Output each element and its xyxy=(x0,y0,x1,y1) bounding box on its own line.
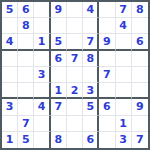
cell-r6c9[interactable] xyxy=(132,83,148,99)
cell-r6c8[interactable] xyxy=(116,83,132,99)
cell-r3c8[interactable] xyxy=(116,34,132,50)
cell-r7c8[interactable] xyxy=(116,99,132,115)
cell-r3c4[interactable]: 5 xyxy=(51,34,67,50)
cell-r4c5[interactable]: 7 xyxy=(67,51,83,67)
cell-r3c6[interactable]: 7 xyxy=(83,34,99,50)
cell-r8c8[interactable]: 1 xyxy=(116,116,132,132)
cell-r1c4[interactable]: 9 xyxy=(51,2,67,18)
cell-r2c7[interactable] xyxy=(99,18,115,34)
cell-r9c1[interactable]: 1 xyxy=(2,132,18,148)
cell-r2c8[interactable]: 4 xyxy=(116,18,132,34)
cell-r3c5[interactable] xyxy=(67,34,83,50)
cell-r7c9[interactable]: 9 xyxy=(132,99,148,115)
cell-r1c3[interactable] xyxy=(34,2,50,18)
cell-r6c4[interactable]: 1 xyxy=(51,83,67,99)
cell-r8c5[interactable] xyxy=(67,116,83,132)
cell-r8c7[interactable] xyxy=(99,116,115,132)
cell-r2c3[interactable] xyxy=(34,18,50,34)
cell-r1c7[interactable] xyxy=(99,2,115,18)
cell-r5c9[interactable] xyxy=(132,67,148,83)
cell-r9c7[interactable] xyxy=(99,132,115,148)
cell-r7c3[interactable]: 4 xyxy=(34,99,50,115)
cell-r4c6[interactable]: 8 xyxy=(83,51,99,67)
cell-r1c1[interactable]: 5 xyxy=(2,2,18,18)
cell-r9c9[interactable]: 7 xyxy=(132,132,148,148)
cell-r9c8[interactable]: 3 xyxy=(116,132,132,148)
cell-r7c6[interactable]: 5 xyxy=(83,99,99,115)
cell-r9c6[interactable]: 6 xyxy=(83,132,99,148)
cell-r4c4[interactable]: 6 xyxy=(51,51,67,67)
cell-r3c1[interactable]: 4 xyxy=(2,34,18,50)
cell-r2c9[interactable] xyxy=(132,18,148,34)
cell-r6c2[interactable] xyxy=(18,83,34,99)
cell-r7c7[interactable]: 6 xyxy=(99,99,115,115)
cell-r6c1[interactable] xyxy=(2,83,18,99)
cell-r6c7[interactable] xyxy=(99,83,115,99)
cell-r2c4[interactable] xyxy=(51,18,67,34)
cell-r4c9[interactable] xyxy=(132,51,148,67)
cell-r3c9[interactable]: 6 xyxy=(132,34,148,50)
cell-r1c8[interactable]: 7 xyxy=(116,2,132,18)
cell-r8c9[interactable] xyxy=(132,116,148,132)
cell-r8c4[interactable] xyxy=(51,116,67,132)
cell-r4c3[interactable] xyxy=(34,51,50,67)
cell-r7c1[interactable]: 3 xyxy=(2,99,18,115)
cell-r3c7[interactable]: 9 xyxy=(99,34,115,50)
cell-r1c2[interactable]: 6 xyxy=(18,2,34,18)
cell-r5c2[interactable] xyxy=(18,67,34,83)
cell-r3c2[interactable] xyxy=(18,34,34,50)
cell-r9c5[interactable] xyxy=(67,132,83,148)
cell-r9c2[interactable]: 5 xyxy=(18,132,34,148)
cell-r6c3[interactable] xyxy=(34,83,50,99)
cell-r7c2[interactable] xyxy=(18,99,34,115)
cell-r8c6[interactable] xyxy=(83,116,99,132)
cell-r2c5[interactable] xyxy=(67,18,83,34)
cell-r2c2[interactable]: 8 xyxy=(18,18,34,34)
cell-r4c2[interactable] xyxy=(18,51,34,67)
cell-r7c4[interactable]: 7 xyxy=(51,99,67,115)
cell-r5c6[interactable] xyxy=(83,67,99,83)
cell-r1c9[interactable]: 8 xyxy=(132,2,148,18)
cell-r5c7[interactable]: 7 xyxy=(99,67,115,83)
cell-r5c5[interactable] xyxy=(67,67,83,83)
cell-r3c3[interactable]: 1 xyxy=(34,34,50,50)
cell-r8c2[interactable]: 7 xyxy=(18,116,34,132)
cell-r2c6[interactable] xyxy=(83,18,99,34)
cell-r1c6[interactable]: 4 xyxy=(83,2,99,18)
cell-r5c8[interactable] xyxy=(116,67,132,83)
cell-r6c5[interactable]: 2 xyxy=(67,83,83,99)
cell-r7c5[interactable] xyxy=(67,99,83,115)
cell-r6c6[interactable]: 3 xyxy=(83,83,99,99)
cell-r8c1[interactable] xyxy=(2,116,18,132)
cell-r4c1[interactable] xyxy=(2,51,18,67)
sudoku-board: 569478844157966783712334756971158637 xyxy=(0,0,150,150)
cell-r9c4[interactable]: 8 xyxy=(51,132,67,148)
cell-r1c5[interactable] xyxy=(67,2,83,18)
cell-r4c7[interactable] xyxy=(99,51,115,67)
cell-r8c3[interactable] xyxy=(34,116,50,132)
cell-r4c8[interactable] xyxy=(116,51,132,67)
cell-r2c1[interactable] xyxy=(2,18,18,34)
cell-r9c3[interactable] xyxy=(34,132,50,148)
cell-r5c3[interactable]: 3 xyxy=(34,67,50,83)
cell-r5c1[interactable] xyxy=(2,67,18,83)
cell-r5c4[interactable] xyxy=(51,67,67,83)
